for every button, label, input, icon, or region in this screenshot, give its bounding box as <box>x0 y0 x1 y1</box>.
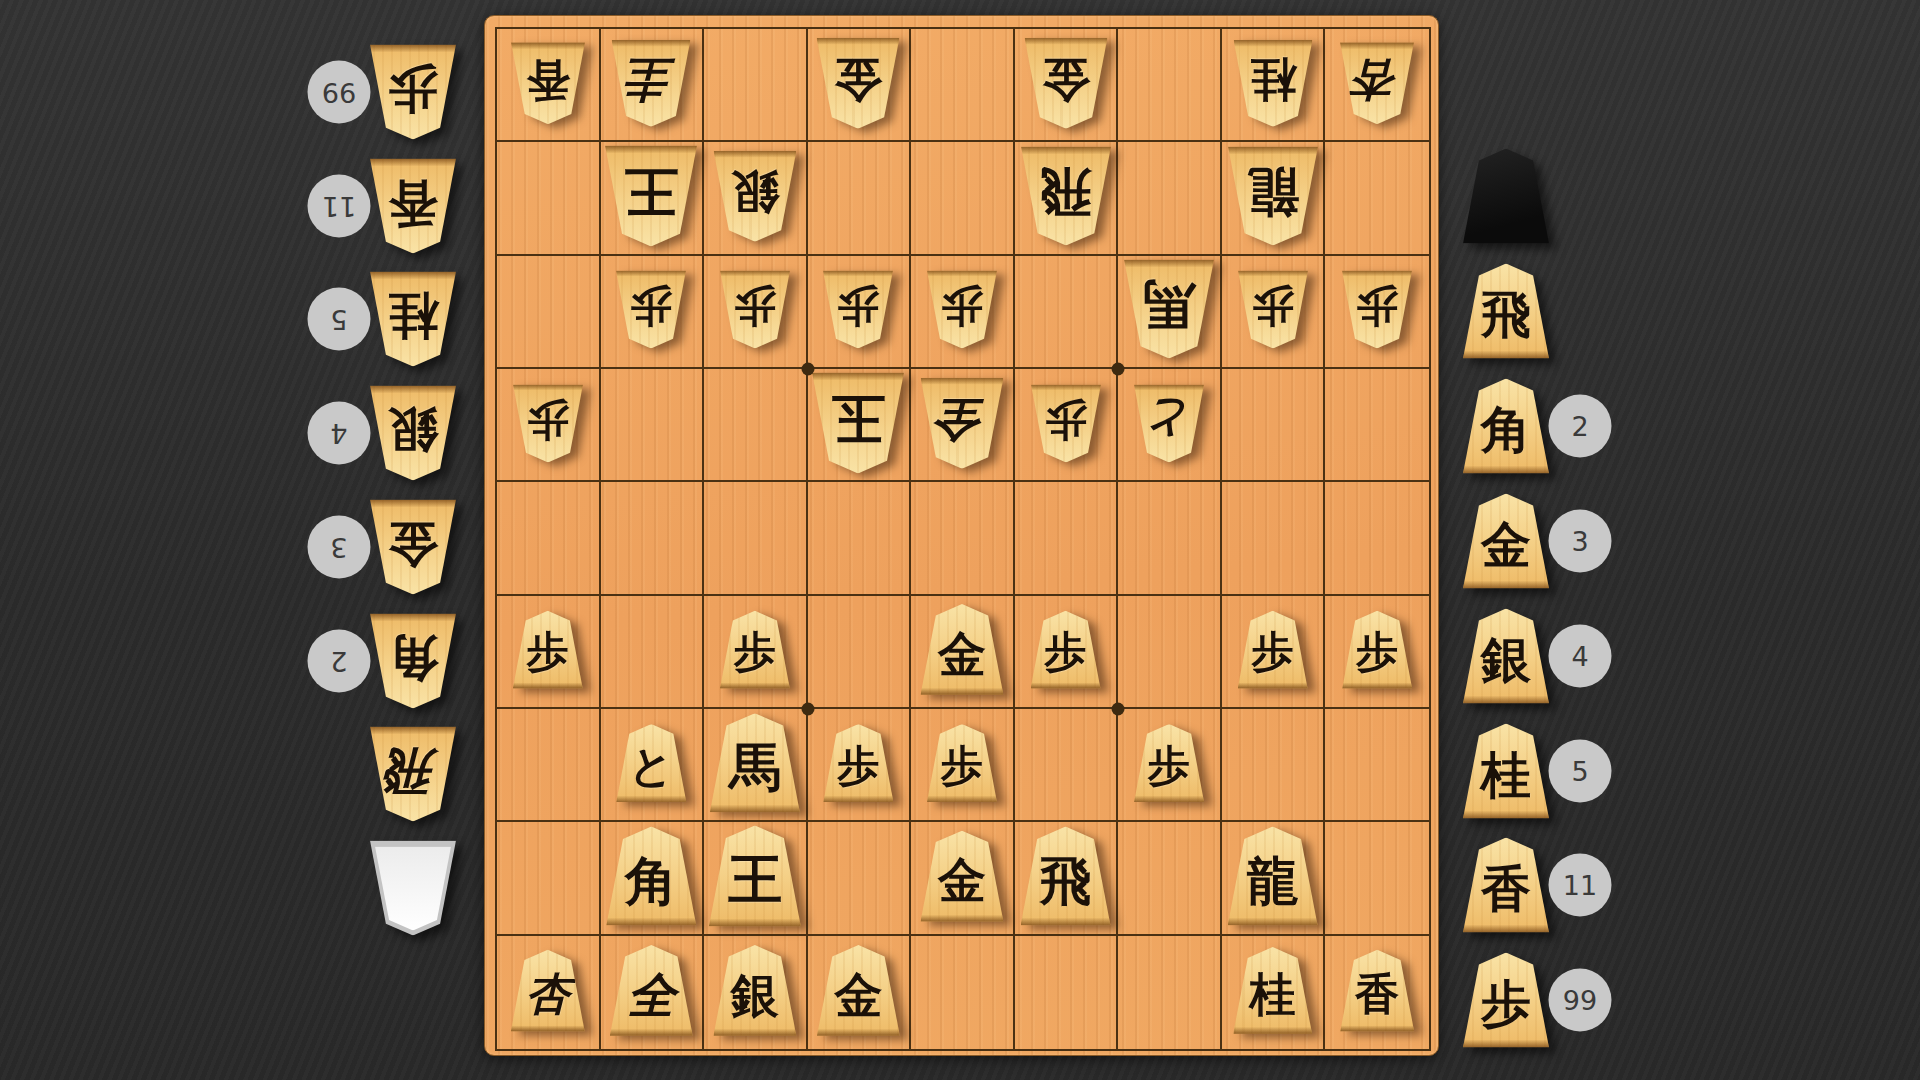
piece-body: と <box>616 724 686 802</box>
piece-4a-gote-gold[interactable]: 金 <box>1024 37 1107 128</box>
piece-kanji: 飛 <box>1481 282 1531 340</box>
hand-sente-gold-count: 3 <box>1549 510 1612 573</box>
piece-kanji: 歩 <box>1252 286 1294 334</box>
piece-kanji: 金 <box>938 622 986 677</box>
cell-2g[interactable] <box>1222 709 1326 822</box>
piece-body: 桂 <box>370 272 456 367</box>
piece-body: 金 <box>1463 494 1549 589</box>
piece-body: 歩 <box>927 271 997 349</box>
piece-9i-sente-plance[interactable]: 杏 <box>511 950 585 1032</box>
cell-8d[interactable] <box>601 369 705 482</box>
cell-4b[interactable]: 飛 <box>1015 142 1119 255</box>
hand-gote-lance[interactable]: 香 <box>370 159 456 254</box>
piece-body: 香 <box>511 42 585 124</box>
cell-1b[interactable] <box>1325 142 1429 255</box>
piece-5f-sente-gold[interactable]: 金 <box>920 604 1003 695</box>
cell-8i[interactable]: 全 <box>601 936 705 1049</box>
piece-body: 桂 <box>1233 947 1312 1034</box>
cell-6f[interactable] <box>808 596 912 709</box>
piece-kanji: 歩 <box>837 739 879 787</box>
piece-body: 歩 <box>1238 271 1308 349</box>
cell-3b[interactable] <box>1118 142 1222 255</box>
piece-2a-gote-knight[interactable]: 桂 <box>1233 39 1312 126</box>
piece-kanji: 歩 <box>1356 286 1398 334</box>
cell-4h[interactable]: 飛 <box>1015 822 1119 935</box>
cell-7e[interactable] <box>704 482 808 595</box>
piece-8i-sente-psilver[interactable]: 全 <box>610 945 693 1036</box>
app-background: { "game": "shogi", "view": "board-editor… <box>0 0 1920 1080</box>
cell-7a[interactable] <box>704 29 808 142</box>
piece-kanji: 歩 <box>1252 626 1294 674</box>
piece-kanji: 歩 <box>734 626 776 674</box>
piece-kanji: 王 <box>728 845 782 907</box>
piece-kanji: 歩 <box>388 63 438 121</box>
piece-kanji: 歩 <box>630 286 672 334</box>
piece-body: 香 <box>1463 838 1549 933</box>
hand-gote-lance-count: 11 <box>308 175 371 238</box>
piece-body: 歩 <box>823 271 893 349</box>
piece-body: 歩 <box>1134 724 1204 802</box>
cell-3h[interactable] <box>1118 822 1222 935</box>
cell-4e[interactable] <box>1015 482 1119 595</box>
cell-8c[interactable]: 歩 <box>601 256 705 369</box>
piece-6c-gote-pawn[interactable]: 歩 <box>823 271 893 349</box>
piece-body: 歩 <box>720 271 790 349</box>
piece-kanji: 全 <box>938 395 986 450</box>
piece-body: 歩 <box>1031 384 1101 462</box>
cell-2i[interactable]: 桂 <box>1222 936 1326 1049</box>
piece-kanji: 桂 <box>1250 964 1296 1017</box>
piece-kanji: 角 <box>388 632 438 690</box>
cell-6b[interactable] <box>808 142 912 255</box>
cell-7d[interactable] <box>704 369 808 482</box>
hand-gote-knight-count: 5 <box>308 288 371 351</box>
cell-1f[interactable]: 歩 <box>1325 596 1429 709</box>
cell-7b[interactable]: 銀 <box>704 142 808 255</box>
piece-4h-sente-rook[interactable]: 飛 <box>1021 827 1111 926</box>
cell-4c[interactable] <box>1015 256 1119 369</box>
piece-1a-gote-plance[interactable]: 杏 <box>1340 42 1414 124</box>
cell-9b[interactable] <box>497 142 601 255</box>
hand-sente-rook[interactable]: 飛 <box>1463 264 1549 359</box>
cell-7f[interactable]: 歩 <box>704 596 808 709</box>
piece-body: 歩 <box>1342 271 1412 349</box>
piece-kanji: と <box>629 738 674 788</box>
hoshi-dot <box>801 703 814 716</box>
cell-1e[interactable] <box>1325 482 1429 595</box>
piece-body: 飛 <box>1021 827 1111 926</box>
cell-9g[interactable] <box>497 709 601 822</box>
hand-gote-knight[interactable]: 桂 <box>370 272 456 367</box>
piece-7h-sente-king[interactable]: 王 <box>709 825 801 926</box>
cell-8h[interactable]: 角 <box>601 822 705 935</box>
piece-8c-gote-pawn[interactable]: 歩 <box>616 271 686 349</box>
piece-8h-sente-bishop[interactable]: 角 <box>606 827 696 926</box>
piece-kanji: 馬 <box>729 733 781 793</box>
piece-body: 香 <box>370 159 456 254</box>
piece-9d-gote-pawn[interactable]: 歩 <box>513 384 583 462</box>
piece-kanji: 歩 <box>1148 739 1190 787</box>
cell-4f[interactable]: 歩 <box>1015 596 1119 709</box>
piece-body: 飛 <box>1463 264 1549 359</box>
hand-sente-pawn[interactable]: 歩 <box>1463 953 1549 1048</box>
piece-body: 金 <box>817 945 900 1036</box>
piece-5c-gote-pawn[interactable]: 歩 <box>927 271 997 349</box>
hand-sente-knight-count: 5 <box>1549 740 1612 803</box>
piece-kanji: 香 <box>1481 856 1531 914</box>
cell-4g[interactable] <box>1015 709 1119 822</box>
cell-6c[interactable]: 歩 <box>808 256 912 369</box>
piece-body: 角 <box>370 614 456 709</box>
cell-2f[interactable]: 歩 <box>1222 596 1326 709</box>
hand-sente-bishop[interactable]: 角 <box>1463 379 1549 474</box>
piece-kanji: 桂 <box>1250 56 1296 109</box>
cell-8g[interactable]: と <box>601 709 705 822</box>
piece-kanji: 歩 <box>941 739 983 787</box>
cell-9f[interactable]: 歩 <box>497 596 601 709</box>
piece-body: 歩 <box>1031 611 1101 689</box>
piece-kanji: 歩 <box>941 286 983 334</box>
piece-9f-sente-pawn[interactable]: 歩 <box>513 611 583 689</box>
piece-5g-sente-pawn[interactable]: 歩 <box>927 724 997 802</box>
cell-5i[interactable] <box>911 936 1015 1049</box>
cell-6h[interactable] <box>808 822 912 935</box>
cell-7i[interactable]: 銀 <box>704 936 808 1049</box>
piece-kanji: 圭 <box>628 56 674 109</box>
black-blank-piece[interactable] <box>1463 149 1549 244</box>
piece-kanji: 銀 <box>731 168 779 223</box>
cell-3i[interactable] <box>1118 936 1222 1049</box>
cell-9a[interactable]: 香 <box>497 29 601 142</box>
piece-1f-sente-pawn[interactable]: 歩 <box>1342 611 1412 689</box>
white-blank-piece[interactable] <box>370 841 456 936</box>
piece-7g-sente-horse[interactable]: 馬 <box>710 713 800 812</box>
cell-8a[interactable]: 圭 <box>601 29 705 142</box>
piece-kanji: 金 <box>1481 512 1531 570</box>
piece-body: 銀 <box>713 151 796 242</box>
hand-gote-pawn-count: 99 <box>308 61 371 124</box>
cell-4i[interactable] <box>1015 936 1119 1049</box>
cell-3d[interactable]: と <box>1118 369 1222 482</box>
cell-9e[interactable] <box>497 482 601 595</box>
cell-6g[interactable]: 歩 <box>808 709 912 822</box>
cell-1g[interactable] <box>1325 709 1429 822</box>
piece-body: 香 <box>1340 950 1414 1032</box>
piece-9a-gote-lance[interactable]: 香 <box>511 42 585 124</box>
piece-body: 歩 <box>823 724 893 802</box>
piece-6g-sente-pawn[interactable]: 歩 <box>823 724 893 802</box>
shogi-board: 香圭金金桂杏王銀飛龍歩歩歩歩馬歩歩歩玉全歩と歩歩金歩歩歩と馬歩歩歩角王金飛龍杏全… <box>484 15 1439 1056</box>
piece-body: 歩 <box>927 724 997 802</box>
piece-kanji: 飛 <box>1040 846 1092 906</box>
cell-7g[interactable]: 馬 <box>704 709 808 822</box>
piece-body: 歩 <box>1463 953 1549 1048</box>
piece-1i-sente-lance[interactable]: 香 <box>1340 950 1414 1032</box>
piece-3g-sente-pawn[interactable]: 歩 <box>1134 724 1204 802</box>
piece-kanji: 龍 <box>1247 166 1299 226</box>
cell-1c[interactable]: 歩 <box>1325 256 1429 369</box>
cell-8b[interactable]: 王 <box>601 142 705 255</box>
cell-6i[interactable]: 金 <box>808 936 912 1049</box>
piece-kanji: 歩 <box>837 286 879 334</box>
cell-3g[interactable]: 歩 <box>1118 709 1222 822</box>
piece-body: 歩 <box>616 271 686 349</box>
piece-kanji: 飛 <box>1040 166 1092 226</box>
hoshi-dot <box>1112 363 1125 376</box>
white-piece-silhouette <box>370 841 456 936</box>
cell-3c[interactable]: 馬 <box>1118 256 1222 369</box>
cell-6e[interactable] <box>808 482 912 595</box>
piece-kanji: 馬 <box>1143 279 1195 339</box>
piece-kanji: 桂 <box>388 290 438 348</box>
piece-1c-gote-pawn[interactable]: 歩 <box>1342 271 1412 349</box>
hoshi-dot <box>1112 703 1125 716</box>
cell-7h[interactable]: 王 <box>704 822 808 935</box>
hand-gote-gold[interactable]: 金 <box>370 500 456 595</box>
piece-4d-gote-pawn[interactable]: 歩 <box>1031 384 1101 462</box>
piece-body: 歩 <box>370 45 456 140</box>
piece-8b-gote-king[interactable]: 王 <box>605 145 697 246</box>
hand-sente-lance-count: 11 <box>1549 854 1612 917</box>
piece-body: 飛 <box>370 727 456 822</box>
piece-body: 角 <box>1463 379 1549 474</box>
piece-kanji: 杏 <box>1355 58 1399 109</box>
piece-kanji: 歩 <box>527 626 569 674</box>
piece-kanji: 金 <box>388 518 438 576</box>
hand-gote-pawn[interactable]: 歩 <box>370 45 456 140</box>
piece-kanji: 歩 <box>1481 971 1531 1029</box>
piece-6d-gote-king[interactable]: 玉 <box>812 372 904 473</box>
piece-body: 歩 <box>720 611 790 689</box>
hand-sente-silver[interactable]: 銀 <box>1463 609 1549 704</box>
cell-9h[interactable] <box>497 822 601 935</box>
piece-4b-gote-rook[interactable]: 飛 <box>1021 147 1111 246</box>
piece-body: 歩 <box>513 611 583 689</box>
cell-1h[interactable] <box>1325 822 1429 935</box>
piece-kanji: 歩 <box>734 286 776 334</box>
cell-5g[interactable]: 歩 <box>911 709 1015 822</box>
hand-sente-bishop-count: 2 <box>1549 395 1612 458</box>
piece-kanji: 金 <box>938 848 986 903</box>
piece-kanji: 飛 <box>388 745 438 803</box>
piece-body: 金 <box>1024 37 1107 128</box>
piece-5d-gote-psilver[interactable]: 全 <box>920 377 1003 468</box>
piece-kanji: 龍 <box>1247 846 1299 906</box>
hand-sente-silver-count: 4 <box>1549 625 1612 688</box>
piece-7f-sente-pawn[interactable]: 歩 <box>720 611 790 689</box>
hand-gote-silver[interactable]: 銀 <box>370 386 456 481</box>
piece-body: 金 <box>920 831 1003 922</box>
piece-body: 杏 <box>511 950 585 1032</box>
piece-body: 歩 <box>1238 611 1308 689</box>
piece-kanji: 全 <box>627 963 675 1018</box>
cell-8e[interactable] <box>601 482 705 595</box>
piece-body: 桂 <box>1233 39 1312 126</box>
cell-2a[interactable]: 桂 <box>1222 29 1326 142</box>
piece-3d-gote-tokin[interactable]: と <box>1134 384 1204 462</box>
hand-gote-gold-count: 3 <box>308 516 371 579</box>
piece-body: 龍 <box>1228 147 1318 246</box>
piece-body: 金 <box>370 500 456 595</box>
piece-kanji: 杏 <box>526 965 570 1016</box>
piece-kanji: 角 <box>625 846 677 906</box>
cell-2h[interactable]: 龍 <box>1222 822 1326 935</box>
cell-7c[interactable]: 歩 <box>704 256 808 369</box>
cell-4d[interactable]: 歩 <box>1015 369 1119 482</box>
piece-7c-gote-pawn[interactable]: 歩 <box>720 271 790 349</box>
piece-kanji: 銀 <box>388 404 438 462</box>
hand-sente-knight[interactable]: 桂 <box>1463 724 1549 819</box>
piece-body: 全 <box>920 377 1003 468</box>
cell-3f[interactable] <box>1118 596 1222 709</box>
cell-6d[interactable]: 玉 <box>808 369 912 482</box>
piece-body: と <box>1134 384 1204 462</box>
cell-2b[interactable]: 龍 <box>1222 142 1326 255</box>
piece-body: 馬 <box>1124 260 1214 359</box>
piece-2c-gote-pawn[interactable]: 歩 <box>1238 271 1308 349</box>
cell-9d[interactable]: 歩 <box>497 369 601 482</box>
hand-sente-gold[interactable]: 金 <box>1463 494 1549 589</box>
piece-kanji: 歩 <box>1045 626 1087 674</box>
piece-body: 銀 <box>370 386 456 481</box>
piece-body: 金 <box>817 37 900 128</box>
piece-body: 銀 <box>1463 609 1549 704</box>
cell-3a[interactable] <box>1118 29 1222 142</box>
cell-9c[interactable] <box>497 256 601 369</box>
piece-7i-sente-silver[interactable]: 銀 <box>713 945 796 1036</box>
cell-5f[interactable]: 金 <box>911 596 1015 709</box>
piece-body: 馬 <box>710 713 800 812</box>
hoshi-dot <box>801 363 814 376</box>
piece-5h-sente-gold[interactable]: 金 <box>920 831 1003 922</box>
piece-body: 杏 <box>1340 42 1414 124</box>
piece-kanji: 銀 <box>1481 627 1531 685</box>
cell-3e[interactable] <box>1118 482 1222 595</box>
piece-body: 金 <box>920 604 1003 695</box>
piece-6i-sente-gold[interactable]: 金 <box>817 945 900 1036</box>
piece-kanji: 香 <box>526 58 570 109</box>
piece-2f-sente-pawn[interactable]: 歩 <box>1238 611 1308 689</box>
piece-2i-sente-knight[interactable]: 桂 <box>1233 947 1312 1034</box>
piece-kanji: 香 <box>1355 965 1399 1016</box>
piece-body: 玉 <box>812 372 904 473</box>
piece-6a-gote-gold[interactable]: 金 <box>817 37 900 128</box>
piece-2h-sente-dragon[interactable]: 龍 <box>1228 827 1318 926</box>
piece-body: 飛 <box>1021 147 1111 246</box>
cell-1i[interactable]: 香 <box>1325 936 1429 1049</box>
piece-body: 角 <box>606 827 696 926</box>
piece-kanji: 角 <box>1481 397 1531 455</box>
piece-kanji: と <box>1147 398 1192 448</box>
piece-body: 歩 <box>513 384 583 462</box>
piece-kanji: 歩 <box>1045 399 1087 447</box>
piece-body: 王 <box>605 145 697 246</box>
piece-3c-gote-horse[interactable]: 馬 <box>1124 260 1214 359</box>
cell-5b[interactable] <box>911 142 1015 255</box>
piece-body: 全 <box>610 945 693 1036</box>
piece-kanji: 歩 <box>527 399 569 447</box>
cell-5h[interactable]: 金 <box>911 822 1015 935</box>
cell-2c[interactable]: 歩 <box>1222 256 1326 369</box>
hand-gote-silver-count: 4 <box>308 402 371 465</box>
piece-body: 桂 <box>1463 724 1549 819</box>
piece-kanji: 香 <box>388 177 438 235</box>
piece-kanji: 金 <box>834 963 882 1018</box>
board-grid: 香圭金金桂杏王銀飛龍歩歩歩歩馬歩歩歩玉全歩と歩歩金歩歩歩と馬歩歩歩角王金飛龍杏全… <box>495 27 1431 1051</box>
piece-kanji: 銀 <box>731 963 779 1018</box>
black-piece-silhouette <box>1463 149 1549 244</box>
piece-kanji: 歩 <box>1356 626 1398 674</box>
piece-kanji: 玉 <box>831 392 885 454</box>
cell-8f[interactable] <box>601 596 705 709</box>
cell-1d[interactable] <box>1325 369 1429 482</box>
piece-kanji: 王 <box>624 165 678 227</box>
cell-5d[interactable]: 全 <box>911 369 1015 482</box>
piece-body: 銀 <box>713 945 796 1036</box>
cell-2e[interactable] <box>1222 482 1326 595</box>
piece-body: 歩 <box>1342 611 1412 689</box>
hand-sente-lance[interactable]: 香 <box>1463 838 1549 933</box>
hand-gote-bishop-count: 2 <box>308 630 371 693</box>
cell-5e[interactable] <box>911 482 1015 595</box>
cell-2d[interactable] <box>1222 369 1326 482</box>
cell-1a[interactable]: 杏 <box>1325 29 1429 142</box>
piece-body: 龍 <box>1228 827 1318 926</box>
hand-gote-bishop[interactable]: 角 <box>370 614 456 709</box>
cell-5c[interactable]: 歩 <box>911 256 1015 369</box>
cell-9i[interactable]: 杏 <box>497 936 601 1049</box>
hand-gote-rook[interactable]: 飛 <box>370 727 456 822</box>
piece-4f-sente-pawn[interactable]: 歩 <box>1031 611 1101 689</box>
piece-7b-gote-silver[interactable]: 銀 <box>713 151 796 242</box>
piece-body: 圭 <box>612 39 691 126</box>
piece-body: 王 <box>709 825 801 926</box>
piece-kanji: 金 <box>1042 55 1090 110</box>
cell-4a[interactable]: 金 <box>1015 29 1119 142</box>
piece-2b-gote-dragon[interactable]: 龍 <box>1228 147 1318 246</box>
piece-8g-sente-tokin[interactable]: と <box>616 724 686 802</box>
piece-kanji: 桂 <box>1481 742 1531 800</box>
piece-kanji: 金 <box>834 55 882 110</box>
piece-8a-gote-pknight[interactable]: 圭 <box>612 39 691 126</box>
hand-sente-pawn-count: 99 <box>1549 969 1612 1032</box>
cell-6a[interactable]: 金 <box>808 29 912 142</box>
cell-5a[interactable] <box>911 29 1015 142</box>
